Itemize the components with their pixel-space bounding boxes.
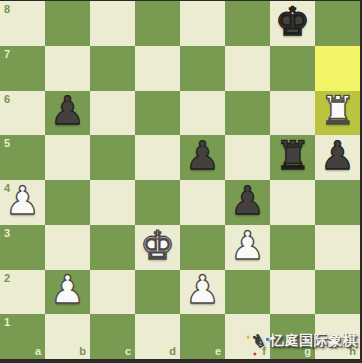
square-c3[interactable]: [90, 225, 135, 270]
square-g6[interactable]: [270, 91, 315, 136]
square-h4[interactable]: [315, 180, 360, 225]
square-g5[interactable]: ♜: [270, 135, 315, 180]
square-d7[interactable]: [135, 46, 180, 91]
square-f5[interactable]: [225, 135, 270, 180]
square-c4[interactable]: [90, 180, 135, 225]
square-a7[interactable]: 7: [0, 46, 45, 91]
square-d2[interactable]: [135, 270, 180, 315]
square-d8[interactable]: [135, 1, 180, 46]
square-b6[interactable]: ♟: [45, 91, 90, 136]
square-c1[interactable]: c: [90, 314, 135, 359]
white-pawn-e2[interactable]: ♟: [180, 268, 225, 313]
rank-label-3: 3: [4, 228, 10, 239]
square-h2[interactable]: [315, 270, 360, 315]
square-h5[interactable]: ♟: [315, 135, 360, 180]
square-a5[interactable]: 5: [0, 135, 45, 180]
square-g2[interactable]: [270, 270, 315, 315]
square-g3[interactable]: [270, 225, 315, 270]
black-pawn-b6[interactable]: ♟: [45, 89, 90, 134]
square-b5[interactable]: [45, 135, 90, 180]
white-pawn-b2[interactable]: ♟: [45, 268, 90, 313]
file-label-f: f: [262, 346, 266, 357]
square-e5[interactable]: ♟: [180, 135, 225, 180]
white-rook-h6[interactable]: ♜: [315, 89, 360, 134]
square-f3[interactable]: ♟: [225, 225, 270, 270]
square-g7[interactable]: [270, 46, 315, 91]
rank-label-7: 7: [4, 49, 10, 60]
square-e6[interactable]: [180, 91, 225, 136]
black-king-g8[interactable]: ♚: [270, 0, 315, 44]
square-g8[interactable]: ♚: [270, 1, 315, 46]
file-label-d: d: [169, 346, 176, 357]
rank-label-2: 2: [4, 273, 10, 284]
square-e8[interactable]: [180, 1, 225, 46]
white-pawn-f3[interactable]: ♟: [225, 223, 270, 268]
square-d1[interactable]: d: [135, 314, 180, 359]
square-c8[interactable]: [90, 1, 135, 46]
file-label-b: b: [79, 346, 86, 357]
square-d5[interactable]: [135, 135, 180, 180]
file-label-e: e: [215, 346, 221, 357]
square-f7[interactable]: [225, 46, 270, 91]
square-a8[interactable]: 8: [0, 1, 45, 46]
square-h7[interactable]: [315, 46, 360, 91]
square-c5[interactable]: [90, 135, 135, 180]
board-frame: 8♚76♟♜5♟♜♟4♟♟3♚♟2♟♟1abcdefgh: [0, 0, 362, 363]
square-c6[interactable]: [90, 91, 135, 136]
square-b8[interactable]: [45, 1, 90, 46]
square-b3[interactable]: [45, 225, 90, 270]
file-label-c: c: [125, 346, 131, 357]
square-b4[interactable]: [45, 180, 90, 225]
rank-label-8: 8: [4, 4, 10, 15]
square-h3[interactable]: [315, 225, 360, 270]
square-f8[interactable]: [225, 1, 270, 46]
square-f4[interactable]: ♟: [225, 180, 270, 225]
square-a6[interactable]: 6: [0, 91, 45, 136]
square-f1[interactable]: f: [225, 314, 270, 359]
square-e7[interactable]: [180, 46, 225, 91]
square-f6[interactable]: [225, 91, 270, 136]
white-king-d3[interactable]: ♚: [135, 223, 180, 268]
black-pawn-e5[interactable]: ♟: [180, 133, 225, 178]
chess-board: 8♚76♟♜5♟♜♟4♟♟3♚♟2♟♟1abcdefgh: [0, 1, 360, 359]
square-d6[interactable]: [135, 91, 180, 136]
square-h6[interactable]: ♜: [315, 91, 360, 136]
square-d4[interactable]: [135, 180, 180, 225]
black-pawn-f4[interactable]: ♟: [225, 178, 270, 223]
white-pawn-a4[interactable]: ♟: [0, 178, 45, 223]
square-c2[interactable]: [90, 270, 135, 315]
square-d3[interactable]: ♚: [135, 225, 180, 270]
file-label-g: g: [304, 346, 311, 357]
square-b2[interactable]: ♟: [45, 270, 90, 315]
square-a1[interactable]: 1a: [0, 314, 45, 359]
square-a4[interactable]: 4♟: [0, 180, 45, 225]
rank-label-1: 1: [4, 317, 10, 328]
rank-label-6: 6: [4, 94, 10, 105]
square-e4[interactable]: [180, 180, 225, 225]
square-e2[interactable]: ♟: [180, 270, 225, 315]
chess-app-screenshot: 8♚76♟♜5♟♜♟4♟♟3♚♟2♟♟1abcdefgh ✌ 忆庭国际象棋: [0, 0, 362, 363]
black-pawn-h5[interactable]: ♟: [315, 133, 360, 178]
square-c7[interactable]: [90, 46, 135, 91]
square-e1[interactable]: e: [180, 314, 225, 359]
rank-label-5: 5: [4, 138, 10, 149]
square-g4[interactable]: [270, 180, 315, 225]
square-a3[interactable]: 3: [0, 225, 45, 270]
file-label-h: h: [349, 346, 356, 357]
square-e3[interactable]: [180, 225, 225, 270]
square-b7[interactable]: [45, 46, 90, 91]
square-h1[interactable]: h: [315, 314, 360, 359]
square-a2[interactable]: 2: [0, 270, 45, 315]
square-b1[interactable]: b: [45, 314, 90, 359]
square-h8[interactable]: [315, 1, 360, 46]
square-g1[interactable]: g: [270, 314, 315, 359]
file-label-a: a: [35, 346, 41, 357]
black-rook-g5[interactable]: ♜: [270, 133, 315, 178]
square-f2[interactable]: [225, 270, 270, 315]
